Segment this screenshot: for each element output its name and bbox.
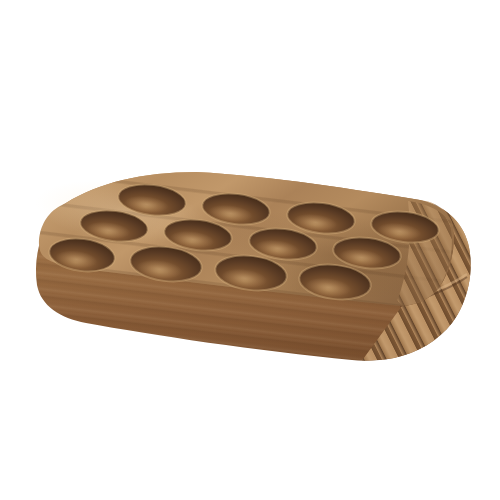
product-photo: mancala-style 12-pit wooden board (acaci… <box>0 0 500 500</box>
board-canvas: mancala-style 12-pit wooden board (acaci… <box>0 0 500 500</box>
board <box>32 172 471 361</box>
